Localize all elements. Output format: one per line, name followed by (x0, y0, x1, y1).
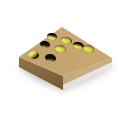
hole-h1 (46, 32, 57, 41)
product-photo-scene (0, 0, 125, 125)
hole-inner-shadow (54, 44, 66, 54)
hole-h4 (82, 44, 94, 54)
hole-inner-shadow (46, 32, 57, 41)
hole-h5 (39, 40, 50, 49)
holes-layer (0, 0, 125, 125)
hole-inner-shadow (82, 44, 94, 54)
hole-inner-shadow (27, 50, 39, 59)
hole-h8 (44, 52, 56, 62)
hole-h2 (60, 35, 72, 44)
hole-h6 (54, 44, 66, 54)
hole-inner-shadow (44, 52, 56, 62)
hole-h7 (27, 50, 39, 59)
hole-inner-shadow (39, 40, 50, 49)
hole-inner-shadow (60, 35, 72, 44)
